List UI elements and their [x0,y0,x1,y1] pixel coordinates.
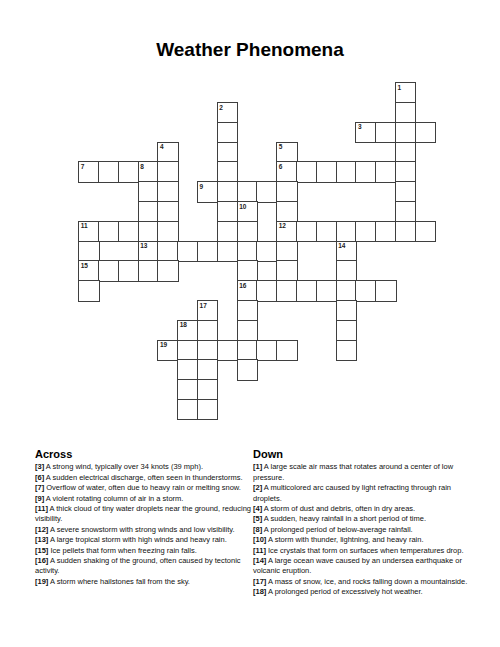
clue-label: [5] [253,514,262,523]
crossword-page: Weather Phenomena 1234578691011121314151… [0,0,500,647]
grid-cell[interactable] [336,161,357,182]
clue-label: [4] [253,504,262,513]
grid-cell[interactable] [276,201,297,222]
grid-cell[interactable] [336,260,357,281]
grid-cell[interactable] [336,320,357,341]
grid-cell[interactable] [237,300,258,321]
grid-cell[interactable]: 8 [138,161,159,182]
clue-label: [19] [35,577,48,586]
grid-cell[interactable] [355,221,376,242]
grid-cell[interactable] [276,260,297,281]
clue-label: [6] [35,473,44,482]
down-clue: [17] A mass of snow, ice, and rocks fall… [253,577,470,587]
grid-cell[interactable] [197,359,218,380]
across-clue: [19] A storm where hailstones fall from … [35,577,251,587]
across-header: Across [35,449,251,459]
grid-cell[interactable] [316,280,337,301]
clue-label: [10] [253,535,266,544]
clue-number: 12 [279,222,286,229]
grid-cell[interactable] [237,359,258,380]
grid-cell[interactable] [217,161,238,182]
clue-label: [17] [253,577,266,586]
across-clue: [15] Ice pellets that form when freezing… [35,546,251,556]
grid-cell[interactable] [217,221,238,242]
grid-cell[interactable] [197,241,218,262]
clue-number: 7 [81,163,85,170]
grid-cell[interactable] [78,241,99,262]
clue-number: 1 [398,84,402,91]
grid-cell[interactable] [138,181,159,202]
clue-number: 18 [180,321,187,328]
grid-cell[interactable] [276,241,297,262]
grid-cell[interactable]: 3 [355,122,376,143]
grid-cell[interactable] [217,122,238,143]
grid-cell[interactable] [217,142,238,163]
grid-cell[interactable] [395,122,416,143]
grid-cell[interactable] [237,260,258,281]
clue-number: 9 [200,183,204,190]
across-clue: [11] A thick cloud of tiny water droplet… [35,504,251,525]
clue-number: 17 [200,302,207,309]
clue-number: 5 [279,143,283,150]
grid-cell[interactable] [197,399,218,420]
grid-cell[interactable] [336,221,357,242]
grid-cell[interactable] [375,161,396,182]
grid-cell[interactable] [276,280,297,301]
grid-cell[interactable] [375,122,396,143]
grid-cell[interactable]: 12 [276,221,297,242]
clue-number: 2 [219,104,223,111]
grid-cell[interactable] [78,280,99,301]
grid-cell[interactable] [118,260,139,281]
clue-label: [16] [35,556,48,565]
clue-number: 14 [338,242,345,249]
clue-label: [11] [35,504,48,513]
grid-cell[interactable] [316,161,337,182]
across-clue: [12] A severe snowstorm with strong wind… [35,525,251,535]
down-clue: [10] A storm with thunder, lightning, an… [253,535,470,545]
grid-cell[interactable] [336,280,357,301]
down-clue: [2] A multicolored arc caused by light r… [253,483,470,504]
grid-cell[interactable] [276,340,297,361]
across-clue: [7] Overflow of water, often due to heav… [35,483,251,493]
down-clue: [14] A large ocean wave caused by an und… [253,556,470,577]
down-header: Down [253,449,470,459]
grid-cell[interactable]: 9 [197,181,218,202]
grid-cell[interactable] [237,241,258,262]
grid-cell[interactable] [217,340,238,361]
grid-cell[interactable] [177,359,198,380]
clue-label: [18] [253,587,266,596]
grid-cell[interactable] [256,241,277,262]
down-clue: [18] A prolonged period of excessively h… [253,587,470,597]
down-clue: [4] A storm of dust and debris, often in… [253,504,470,514]
grid-cell[interactable] [395,142,416,163]
grid-cell[interactable]: 4 [157,142,178,163]
across-clue-list: [3] A strong wind, typically over 34 kno… [35,462,251,587]
grid-cell[interactable] [395,201,416,222]
grid-cell[interactable]: 17 [197,300,218,321]
grid-cell[interactable] [197,320,218,341]
grid-cell[interactable] [177,379,198,400]
grid-cell[interactable] [177,241,198,262]
grid-cell[interactable] [157,201,178,222]
clue-number: 13 [140,242,147,249]
clue-label: [12] [35,525,48,534]
grid-cell[interactable]: 13 [138,241,159,262]
grid-cell[interactable] [157,241,178,262]
grid-cell[interactable] [118,161,139,182]
clue-number: 15 [81,262,88,269]
clue-label: [11] [253,546,266,555]
grid-cell[interactable] [138,221,159,242]
clue-number: 3 [358,123,362,130]
grid-cell[interactable]: 11 [78,221,99,242]
grid-cell[interactable] [237,320,258,341]
clue-label: [15] [35,546,48,555]
grid-cell[interactable] [157,181,178,202]
grid-cell[interactable] [157,260,178,281]
grid-cell[interactable] [237,181,258,202]
clue-number: 6 [279,163,283,170]
page-title: Weather Phenomena [0,39,500,61]
down-clue: [11] Ice crystals that form on surfaces … [253,546,470,556]
clue-label: [2] [253,483,262,492]
grid-cell[interactable] [256,280,277,301]
across-clue: [3] A strong wind, typically over 34 kno… [35,462,251,472]
grid-cell[interactable] [237,221,258,242]
grid-cell[interactable]: 7 [78,161,99,182]
down-clue: [1] A large scale air mass that rotates … [253,462,470,483]
down-clue-list: [1] A large scale air mass that rotates … [253,462,470,597]
across-clues: Across [3] A strong wind, typically over… [35,449,251,587]
grid-cell[interactable] [157,161,178,182]
grid-cell[interactable] [237,340,258,361]
clue-label: [1] [253,462,262,471]
grid-cell[interactable]: 19 [157,340,178,361]
grid-cell[interactable] [296,280,317,301]
grid-cell[interactable] [395,181,416,202]
grid-cell[interactable] [157,221,178,242]
grid-cell[interactable] [177,340,198,361]
grid-cell[interactable] [138,201,159,222]
across-clue: [13] A large tropical storm with high wi… [35,535,251,545]
grid-cell[interactable] [415,122,436,143]
grid-cell[interactable]: 14 [336,241,357,262]
grid-cell[interactable] [138,260,159,281]
clue-number: 4 [160,143,164,150]
grid-cell[interactable]: 18 [177,320,198,341]
clue-number: 19 [160,341,167,348]
clue-label: [8] [253,525,262,534]
grid-cell[interactable]: 5 [276,142,297,163]
clue-number: 16 [239,282,246,289]
clue-label: [14] [253,556,266,565]
clue-number: 8 [140,163,144,170]
down-clues: Down [1] A large scale air mass that rot… [253,449,470,598]
grid-cell[interactable] [375,221,396,242]
grid-cell[interactable] [217,201,238,222]
down-clue: [5] A sudden, heavy rainfall in a short … [253,514,470,524]
grid-cell[interactable] [217,181,238,202]
across-clue: [16] A sudden shaking of the ground, oft… [35,556,251,577]
grid-cell[interactable]: 1 [395,82,416,103]
down-clue: [8] A prolonged period of below-average … [253,525,470,535]
clue-label: [9] [35,494,44,503]
grid-cell[interactable] [256,181,277,202]
grid-cell[interactable] [118,221,139,242]
grid-cell[interactable] [336,300,357,321]
grid-cell[interactable] [98,161,119,182]
grid-cell[interactable] [276,181,297,202]
grid-cell[interactable]: 15 [78,260,99,281]
grid-cell[interactable] [98,260,119,281]
grid-cell[interactable]: 6 [276,161,297,182]
clue-number: 10 [239,203,246,210]
grid-cell[interactable] [355,280,376,301]
grid-cell[interactable] [415,221,436,242]
grid-cell[interactable] [256,340,277,361]
grid-cell[interactable] [395,221,416,242]
grid-cell[interactable] [197,340,218,361]
across-clue: [9] A violent rotating column of air in … [35,494,251,504]
grid-cell[interactable] [217,241,238,262]
grid-cell[interactable] [375,280,396,301]
clue-label: [7] [35,483,44,492]
grid-cell[interactable] [395,102,416,123]
clue-number: 11 [81,222,88,229]
clue-label: [3] [35,462,44,471]
grid-cell[interactable] [316,221,337,242]
grid-cell[interactable]: 10 [237,201,258,222]
grid-cell[interactable] [197,379,218,400]
grid-cell[interactable] [296,221,317,242]
across-clue: [6] A sudden electrical discharge, often… [35,473,251,483]
clue-label: [13] [35,535,48,544]
grid-cell[interactable] [355,161,376,182]
grid-cell[interactable] [395,161,416,182]
grid-cell[interactable] [296,161,317,182]
grid-cell[interactable] [98,221,119,242]
grid-cell[interactable] [336,340,357,361]
grid-cell[interactable]: 16 [237,280,258,301]
grid-cell[interactable] [177,399,198,420]
grid-cell[interactable]: 2 [217,102,238,123]
